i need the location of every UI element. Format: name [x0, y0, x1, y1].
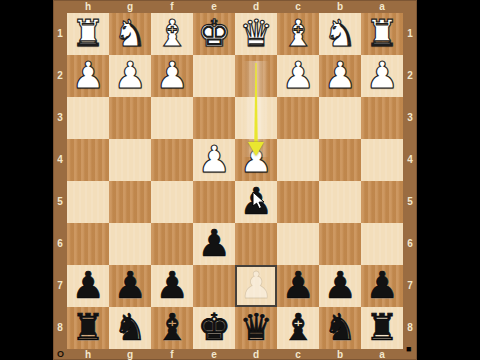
square-c2[interactable]: ♟: [277, 55, 319, 97]
square-b1[interactable]: ♞: [319, 13, 361, 55]
square-b4[interactable]: [319, 139, 361, 181]
square-h8[interactable]: ♜: [67, 307, 109, 349]
piece-black-bishop: ♝: [281, 307, 314, 349]
piece-white-rook: ♜: [71, 13, 104, 55]
piece-black-knight: ♞: [323, 307, 356, 349]
rank-label-left-5: 5: [53, 181, 67, 223]
rank-label-right-5: 5: [403, 181, 417, 223]
square-h3[interactable]: [67, 97, 109, 139]
square-d6[interactable]: [235, 223, 277, 265]
square-g5[interactable]: [109, 181, 151, 223]
square-a8[interactable]: ♜: [361, 307, 403, 349]
piece-black-pawn: ♟: [323, 265, 356, 307]
rank-label-left-6: 6: [53, 223, 67, 265]
square-e6[interactable]: ♟: [193, 223, 235, 265]
rank-label-left-8: 8: [53, 307, 67, 349]
rank-label-left-2: 2: [53, 55, 67, 97]
square-h1[interactable]: ♜: [67, 13, 109, 55]
rank-label-right-3: 3: [403, 97, 417, 139]
piece-white-pawn: ♟: [365, 55, 398, 97]
square-h2[interactable]: ♟: [67, 55, 109, 97]
square-h6[interactable]: [67, 223, 109, 265]
rank-label-right-4: 4: [403, 139, 417, 181]
square-e4[interactable]: ♟: [193, 139, 235, 181]
file-label-bottom-d: d: [235, 349, 277, 360]
square-b2[interactable]: ♟: [319, 55, 361, 97]
square-d8[interactable]: ♛: [235, 307, 277, 349]
file-label-top-b: b: [319, 1, 361, 12]
file-label-bottom-e: e: [193, 349, 235, 360]
square-a6[interactable]: [361, 223, 403, 265]
square-h5[interactable]: [67, 181, 109, 223]
rank-label-left-1: 1: [53, 13, 67, 55]
rank-label-right-2: 2: [403, 55, 417, 97]
file-label-bottom-h: h: [67, 349, 109, 360]
file-label-top-e: e: [193, 1, 235, 12]
square-f6[interactable]: [151, 223, 193, 265]
square-f2[interactable]: ♟: [151, 55, 193, 97]
mouse-cursor-icon: [252, 192, 265, 214]
ghost-piece-white-pawn: ♟: [239, 265, 272, 307]
rank-label-right-7: 7: [403, 265, 417, 307]
piece-white-pawn: ♟: [113, 55, 146, 97]
square-d1[interactable]: ♛: [235, 13, 277, 55]
square-a4[interactable]: [361, 139, 403, 181]
square-g2[interactable]: ♟: [109, 55, 151, 97]
piece-black-bishop: ♝: [155, 307, 188, 349]
square-b7[interactable]: ♟: [319, 265, 361, 307]
square-a1[interactable]: ♜: [361, 13, 403, 55]
piece-white-pawn: ♟: [71, 55, 104, 97]
square-b8[interactable]: ♞: [319, 307, 361, 349]
piece-white-pawn: ♟: [239, 139, 272, 181]
file-label-bottom-b: b: [319, 349, 361, 360]
file-label-bottom-a: a: [361, 349, 403, 360]
square-g1[interactable]: ♞: [109, 13, 151, 55]
square-d7[interactable]: ♟: [235, 265, 277, 307]
piece-black-pawn: ♟: [365, 265, 398, 307]
square-a3[interactable]: [361, 97, 403, 139]
file-label-top-c: c: [277, 1, 319, 12]
piece-black-rook: ♜: [71, 307, 104, 349]
stage: ♜♞♝♚♛♝♞♜♟♟♟♟♟♟♟♟♟♟♟♟♟♟♟♟♟♜♞♝♚♛♝♞♜ O ■ hh…: [0, 0, 480, 360]
square-h7[interactable]: ♟: [67, 265, 109, 307]
square-g8[interactable]: ♞: [109, 307, 151, 349]
square-e1[interactable]: ♚: [193, 13, 235, 55]
piece-white-pawn: ♟: [155, 55, 188, 97]
piece-black-king: ♚: [197, 307, 230, 349]
piece-white-pawn: ♟: [281, 55, 314, 97]
piece-white-queen: ♛: [239, 13, 272, 55]
corner-mark-bottom-left: O: [57, 349, 64, 359]
square-c7[interactable]: ♟: [277, 265, 319, 307]
file-label-top-d: d: [235, 1, 277, 12]
square-g6[interactable]: [109, 223, 151, 265]
piece-black-pawn: ♟: [113, 265, 146, 307]
square-b6[interactable]: [319, 223, 361, 265]
square-c5[interactable]: [277, 181, 319, 223]
piece-white-rook: ♜: [365, 13, 398, 55]
square-a5[interactable]: [361, 181, 403, 223]
square-c3[interactable]: [277, 97, 319, 139]
square-e3[interactable]: [193, 97, 235, 139]
file-label-top-f: f: [151, 1, 193, 12]
square-c8[interactable]: ♝: [277, 307, 319, 349]
piece-white-bishop: ♝: [281, 13, 314, 55]
piece-white-king: ♚: [197, 13, 230, 55]
square-a2[interactable]: ♟: [361, 55, 403, 97]
square-g4[interactable]: [109, 139, 151, 181]
chess-board: ♜♞♝♚♛♝♞♜♟♟♟♟♟♟♟♟♟♟♟♟♟♟♟♟♟♜♞♝♚♛♝♞♜ O ■ hh…: [53, 0, 417, 360]
rank-label-left-3: 3: [53, 97, 67, 139]
square-e5[interactable]: [193, 181, 235, 223]
square-f3[interactable]: [151, 97, 193, 139]
square-c1[interactable]: ♝: [277, 13, 319, 55]
square-b5[interactable]: [319, 181, 361, 223]
piece-black-pawn: ♟: [155, 265, 188, 307]
piece-white-knight: ♞: [323, 13, 356, 55]
square-g3[interactable]: [109, 97, 151, 139]
piece-white-bishop: ♝: [155, 13, 188, 55]
file-label-bottom-f: f: [151, 349, 193, 360]
piece-black-rook: ♜: [365, 307, 398, 349]
piece-black-pawn: ♟: [197, 223, 230, 265]
square-b3[interactable]: [319, 97, 361, 139]
square-f7[interactable]: ♟: [151, 265, 193, 307]
file-label-top-g: g: [109, 1, 151, 12]
square-d3[interactable]: [235, 97, 277, 139]
board-grid: ♜♞♝♚♛♝♞♜♟♟♟♟♟♟♟♟♟♟♟♟♟♟♟♟♟♜♞♝♚♛♝♞♜: [67, 13, 403, 349]
file-label-top-h: h: [67, 1, 109, 12]
rank-label-left-7: 7: [53, 265, 67, 307]
square-c4[interactable]: [277, 139, 319, 181]
piece-black-pawn: ♟: [71, 265, 104, 307]
square-d2[interactable]: [235, 55, 277, 97]
square-e2[interactable]: [193, 55, 235, 97]
square-f1[interactable]: ♝: [151, 13, 193, 55]
rank-label-left-4: 4: [53, 139, 67, 181]
square-h4[interactable]: [67, 139, 109, 181]
square-f4[interactable]: [151, 139, 193, 181]
piece-white-pawn: ♟: [323, 55, 356, 97]
square-d4[interactable]: ♟: [235, 139, 277, 181]
square-c6[interactable]: [277, 223, 319, 265]
square-f5[interactable]: [151, 181, 193, 223]
file-label-top-a: a: [361, 1, 403, 12]
square-e7[interactable]: [193, 265, 235, 307]
rank-label-right-1: 1: [403, 13, 417, 55]
piece-black-pawn: ♟: [281, 265, 314, 307]
file-label-bottom-g: g: [109, 349, 151, 360]
rank-label-right-6: 6: [403, 223, 417, 265]
square-e8[interactable]: ♚: [193, 307, 235, 349]
file-label-bottom-c: c: [277, 349, 319, 360]
square-f8[interactable]: ♝: [151, 307, 193, 349]
square-g7[interactable]: ♟: [109, 265, 151, 307]
piece-black-knight: ♞: [113, 307, 146, 349]
square-a7[interactable]: ♟: [361, 265, 403, 307]
piece-white-knight: ♞: [113, 13, 146, 55]
piece-white-pawn: ♟: [197, 139, 230, 181]
rank-label-right-8: 8: [403, 307, 417, 349]
piece-black-queen: ♛: [239, 307, 272, 349]
